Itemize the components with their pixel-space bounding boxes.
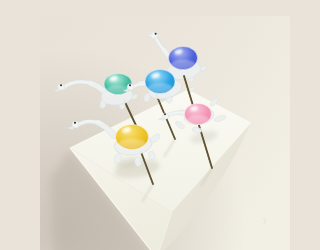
turtle-shell-frost-rim	[118, 139, 146, 150]
turtle-shell-frost-rim	[187, 115, 210, 124]
turtle-shell-frost-rim	[147, 83, 173, 93]
turtle-eye	[129, 84, 131, 86]
turtle-eye	[164, 113, 166, 115]
scene-canvas	[40, 16, 290, 250]
turtle-eye	[155, 33, 157, 35]
turtle-eye	[74, 122, 76, 124]
turtle-eye	[60, 84, 62, 86]
photo-of-glass-turtle-pins	[40, 16, 290, 250]
turtle-shell-frost-rim	[171, 59, 196, 69]
